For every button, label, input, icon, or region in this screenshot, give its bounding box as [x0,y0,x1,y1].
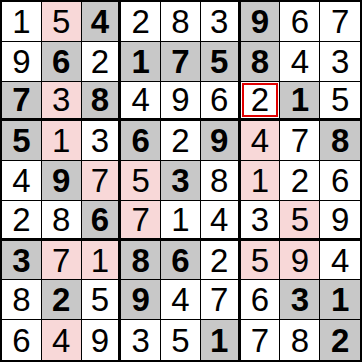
cell-r4c9[interactable]: 8 [320,121,360,161]
cell-r1c3[interactable]: 4 [82,2,122,42]
cell-r4c6[interactable]: 9 [201,121,241,161]
cell-r3c5[interactable]: 9 [161,82,201,122]
cell-r9c1[interactable]: 6 [2,320,42,360]
cell-r8c3[interactable]: 5 [82,280,122,320]
cell-r1c2[interactable]: 5 [42,2,82,42]
cell-r8c2[interactable]: 2 [42,280,82,320]
cell-r8c6[interactable]: 7 [201,280,241,320]
cell-r7c4[interactable]: 8 [121,241,161,281]
cell-r4c8[interactable]: 7 [280,121,320,161]
cell-r2c1[interactable]: 9 [2,42,42,82]
cell-r5c1[interactable]: 4 [2,161,42,201]
cell-r8c4[interactable]: 9 [121,280,161,320]
cell-r2c5[interactable]: 7 [161,42,201,82]
cell-r2c4[interactable]: 1 [121,42,161,82]
cell-r9c8[interactable]: 8 [280,320,320,360]
cell-r2c8[interactable]: 4 [280,42,320,82]
cell-r3c3[interactable]: 8 [82,82,122,122]
cell-r5c5[interactable]: 3 [161,161,201,201]
cell-r5c2[interactable]: 9 [42,161,82,201]
cell-r8c5[interactable]: 4 [161,280,201,320]
cell-r1c6[interactable]: 3 [201,2,241,42]
cell-r9c9[interactable]: 2 [320,320,360,360]
cell-r5c4[interactable]: 5 [121,161,161,201]
cell-r3c8[interactable]: 1 [280,82,320,122]
cell-r6c6[interactable]: 4 [201,201,241,241]
cell-r7c9[interactable]: 4 [320,241,360,281]
cell-r9c6[interactable]: 1 [201,320,241,360]
cell-r1c5[interactable]: 8 [161,2,201,42]
cell-r7c6[interactable]: 2 [201,241,241,281]
cell-r7c3[interactable]: 1 [82,241,122,281]
cell-r8c8[interactable]: 3 [280,280,320,320]
cell-r2c9[interactable]: 3 [320,42,360,82]
cell-r7c1[interactable]: 3 [2,241,42,281]
cell-r6c3[interactable]: 6 [82,201,122,241]
cell-r1c4[interactable]: 2 [121,2,161,42]
cell-r4c5[interactable]: 2 [161,121,201,161]
cell-r8c9[interactable]: 1 [320,280,360,320]
cell-r1c7[interactable]: 9 [241,2,281,42]
cell-r6c9[interactable]: 9 [320,201,360,241]
cell-r4c1[interactable]: 5 [2,121,42,161]
cell-r1c1[interactable]: 1 [2,2,42,42]
cell-r5c7[interactable]: 1 [241,161,281,201]
cell-r3c1[interactable]: 7 [2,82,42,122]
cell-r3c7[interactable]: 2 [241,82,281,122]
cell-r3c9[interactable]: 5 [320,82,360,122]
cell-r6c1[interactable]: 2 [2,201,42,241]
cell-r4c4[interactable]: 6 [121,121,161,161]
cell-r5c6[interactable]: 8 [201,161,241,201]
cell-r4c3[interactable]: 3 [82,121,122,161]
cell-r7c2[interactable]: 7 [42,241,82,281]
cell-r6c5[interactable]: 1 [161,201,201,241]
cell-r7c5[interactable]: 6 [161,241,201,281]
cell-r2c3[interactable]: 2 [82,42,122,82]
cell-r6c8[interactable]: 5 [280,201,320,241]
cell-r2c2[interactable]: 6 [42,42,82,82]
cell-r4c7[interactable]: 4 [241,121,281,161]
cell-r3c2[interactable]: 3 [42,82,82,122]
cell-r7c7[interactable]: 5 [241,241,281,281]
cell-r5c3[interactable]: 7 [82,161,122,201]
cell-r8c1[interactable]: 8 [2,280,42,320]
cell-r9c7[interactable]: 7 [241,320,281,360]
cell-r9c2[interactable]: 4 [42,320,82,360]
cell-r9c4[interactable]: 3 [121,320,161,360]
cell-r1c9[interactable]: 7 [320,2,360,42]
cell-r6c7[interactable]: 3 [241,201,281,241]
cell-r5c8[interactable]: 2 [280,161,320,201]
cell-r7c8[interactable]: 9 [280,241,320,281]
cell-r5c9[interactable]: 6 [320,161,360,201]
cell-r2c6[interactable]: 5 [201,42,241,82]
cell-r3c6[interactable]: 6 [201,82,241,122]
sudoku-board: 1542839679621758437384962155136294784975… [0,0,362,362]
cell-r9c5[interactable]: 5 [161,320,201,360]
cell-r2c7[interactable]: 8 [241,42,281,82]
cell-r3c4[interactable]: 4 [121,82,161,122]
cell-r6c2[interactable]: 8 [42,201,82,241]
cell-r4c2[interactable]: 1 [42,121,82,161]
cell-r9c3[interactable]: 9 [82,320,122,360]
cell-r8c7[interactable]: 6 [241,280,281,320]
cell-r6c4[interactable]: 7 [121,201,161,241]
cell-r1c8[interactable]: 6 [280,2,320,42]
